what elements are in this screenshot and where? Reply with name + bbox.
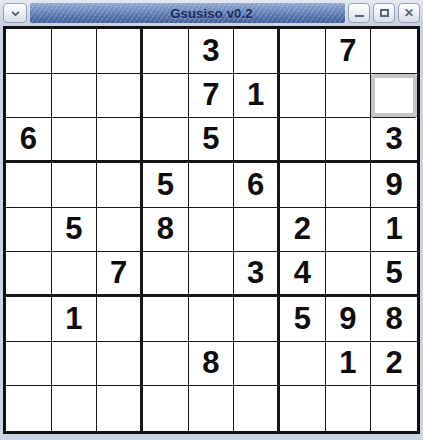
cell-r7c1[interactable]	[6, 297, 52, 342]
cell-r8c3[interactable]	[97, 342, 143, 387]
cell-r4c3[interactable]	[97, 163, 143, 208]
cell-r8c2[interactable]	[52, 342, 98, 387]
cell-r5c8[interactable]	[326, 208, 372, 253]
cell-r2c5[interactable]: 7	[189, 74, 235, 119]
cell-r9c6[interactable]	[234, 386, 280, 431]
cell-r7c3[interactable]	[97, 297, 143, 342]
cell-r8c9[interactable]: 2	[371, 342, 417, 387]
cell-r9c9[interactable]	[371, 386, 417, 431]
cell-r4c6[interactable]: 6	[234, 163, 280, 208]
maximize-button[interactable]	[373, 3, 395, 23]
cell-r8c6[interactable]	[234, 342, 280, 387]
minimize-icon	[355, 15, 364, 17]
cell-r5c2[interactable]: 5	[52, 208, 98, 253]
cell-r6c9[interactable]: 5	[371, 252, 417, 297]
cell-r8c5[interactable]: 8	[189, 342, 235, 387]
cell-r9c3[interactable]	[97, 386, 143, 431]
close-button[interactable]: ✕	[398, 3, 420, 23]
cell-r2c7[interactable]	[280, 74, 326, 119]
cell-r9c4[interactable]	[143, 386, 189, 431]
cell-r4c1[interactable]	[6, 163, 52, 208]
cell-r6c2[interactable]	[52, 252, 98, 297]
cell-r6c7[interactable]: 4	[280, 252, 326, 297]
cell-r7c5[interactable]	[189, 297, 235, 342]
cell-r6c1[interactable]	[6, 252, 52, 297]
cell-r3c4[interactable]	[143, 118, 189, 163]
cell-r3c3[interactable]	[97, 118, 143, 163]
cell-r3c5[interactable]: 5	[189, 118, 235, 163]
cell-r4c5[interactable]	[189, 163, 235, 208]
cell-r7c4[interactable]	[143, 297, 189, 342]
cell-r6c5[interactable]	[189, 252, 235, 297]
cell-r3c2[interactable]	[52, 118, 98, 163]
maximize-icon	[380, 9, 389, 17]
cell-r3c6[interactable]	[234, 118, 280, 163]
cell-r4c8[interactable]	[326, 163, 372, 208]
cell-r2c6[interactable]: 1	[234, 74, 280, 119]
cell-r6c6[interactable]: 3	[234, 252, 280, 297]
cell-r1c5[interactable]: 3	[189, 29, 235, 74]
cell-r6c8[interactable]	[326, 252, 372, 297]
window-menu-button[interactable]	[3, 3, 27, 23]
cell-r9c7[interactable]	[280, 386, 326, 431]
titlebar-gradient	[30, 3, 345, 23]
cell-r9c5[interactable]	[189, 386, 235, 431]
cell-r7c7[interactable]: 5	[280, 297, 326, 342]
cell-r2c4[interactable]	[143, 74, 189, 119]
cell-r9c1[interactable]	[6, 386, 52, 431]
cell-r9c8[interactable]	[326, 386, 372, 431]
close-icon: ✕	[404, 7, 414, 19]
sudoku-board: 3771653569582173451598812	[3, 26, 420, 434]
cell-r2c9[interactable]	[371, 74, 417, 119]
cell-r4c9[interactable]: 9	[371, 163, 417, 208]
cell-r4c2[interactable]	[52, 163, 98, 208]
minimize-button[interactable]	[348, 3, 370, 23]
cell-r4c4[interactable]: 5	[143, 163, 189, 208]
cell-r6c3[interactable]: 7	[97, 252, 143, 297]
cell-r2c8[interactable]	[326, 74, 372, 119]
chevron-down-icon	[11, 11, 20, 16]
cell-r2c1[interactable]	[6, 74, 52, 119]
cell-r7c9[interactable]: 8	[371, 297, 417, 342]
cell-r8c8[interactable]: 1	[326, 342, 372, 387]
cell-r3c7[interactable]	[280, 118, 326, 163]
cell-r3c1[interactable]: 6	[6, 118, 52, 163]
cell-r6c4[interactable]	[143, 252, 189, 297]
cell-r1c4[interactable]	[143, 29, 189, 74]
cell-r5c1[interactable]	[6, 208, 52, 253]
cell-r1c2[interactable]	[52, 29, 98, 74]
cell-r3c8[interactable]	[326, 118, 372, 163]
cell-r7c6[interactable]	[234, 297, 280, 342]
titlebar: Gsusiso v0.2 ✕	[0, 0, 423, 26]
cell-r5c6[interactable]	[234, 208, 280, 253]
cell-r5c7[interactable]: 2	[280, 208, 326, 253]
cell-r4c7[interactable]	[280, 163, 326, 208]
cell-r5c3[interactable]	[97, 208, 143, 253]
cell-r5c5[interactable]	[189, 208, 235, 253]
cell-r9c2[interactable]	[52, 386, 98, 431]
cell-r1c9[interactable]	[371, 29, 417, 74]
cell-r1c7[interactable]	[280, 29, 326, 74]
cell-r1c6[interactable]	[234, 29, 280, 74]
cell-r7c8[interactable]: 9	[326, 297, 372, 342]
app-window: Gsusiso v0.2 ✕ 3771653569582173451598812	[0, 0, 423, 440]
cell-r8c1[interactable]	[6, 342, 52, 387]
cell-r5c9[interactable]: 1	[371, 208, 417, 253]
cell-r2c2[interactable]	[52, 74, 98, 119]
cell-r3c9[interactable]: 3	[371, 118, 417, 163]
cell-r1c1[interactable]	[6, 29, 52, 74]
cell-r2c3[interactable]	[97, 74, 143, 119]
cell-r5c4[interactable]: 8	[143, 208, 189, 253]
cell-r1c3[interactable]	[97, 29, 143, 74]
cell-r1c8[interactable]: 7	[326, 29, 372, 74]
cell-r7c2[interactable]: 1	[52, 297, 98, 342]
cell-r8c4[interactable]	[143, 342, 189, 387]
cell-r8c7[interactable]	[280, 342, 326, 387]
